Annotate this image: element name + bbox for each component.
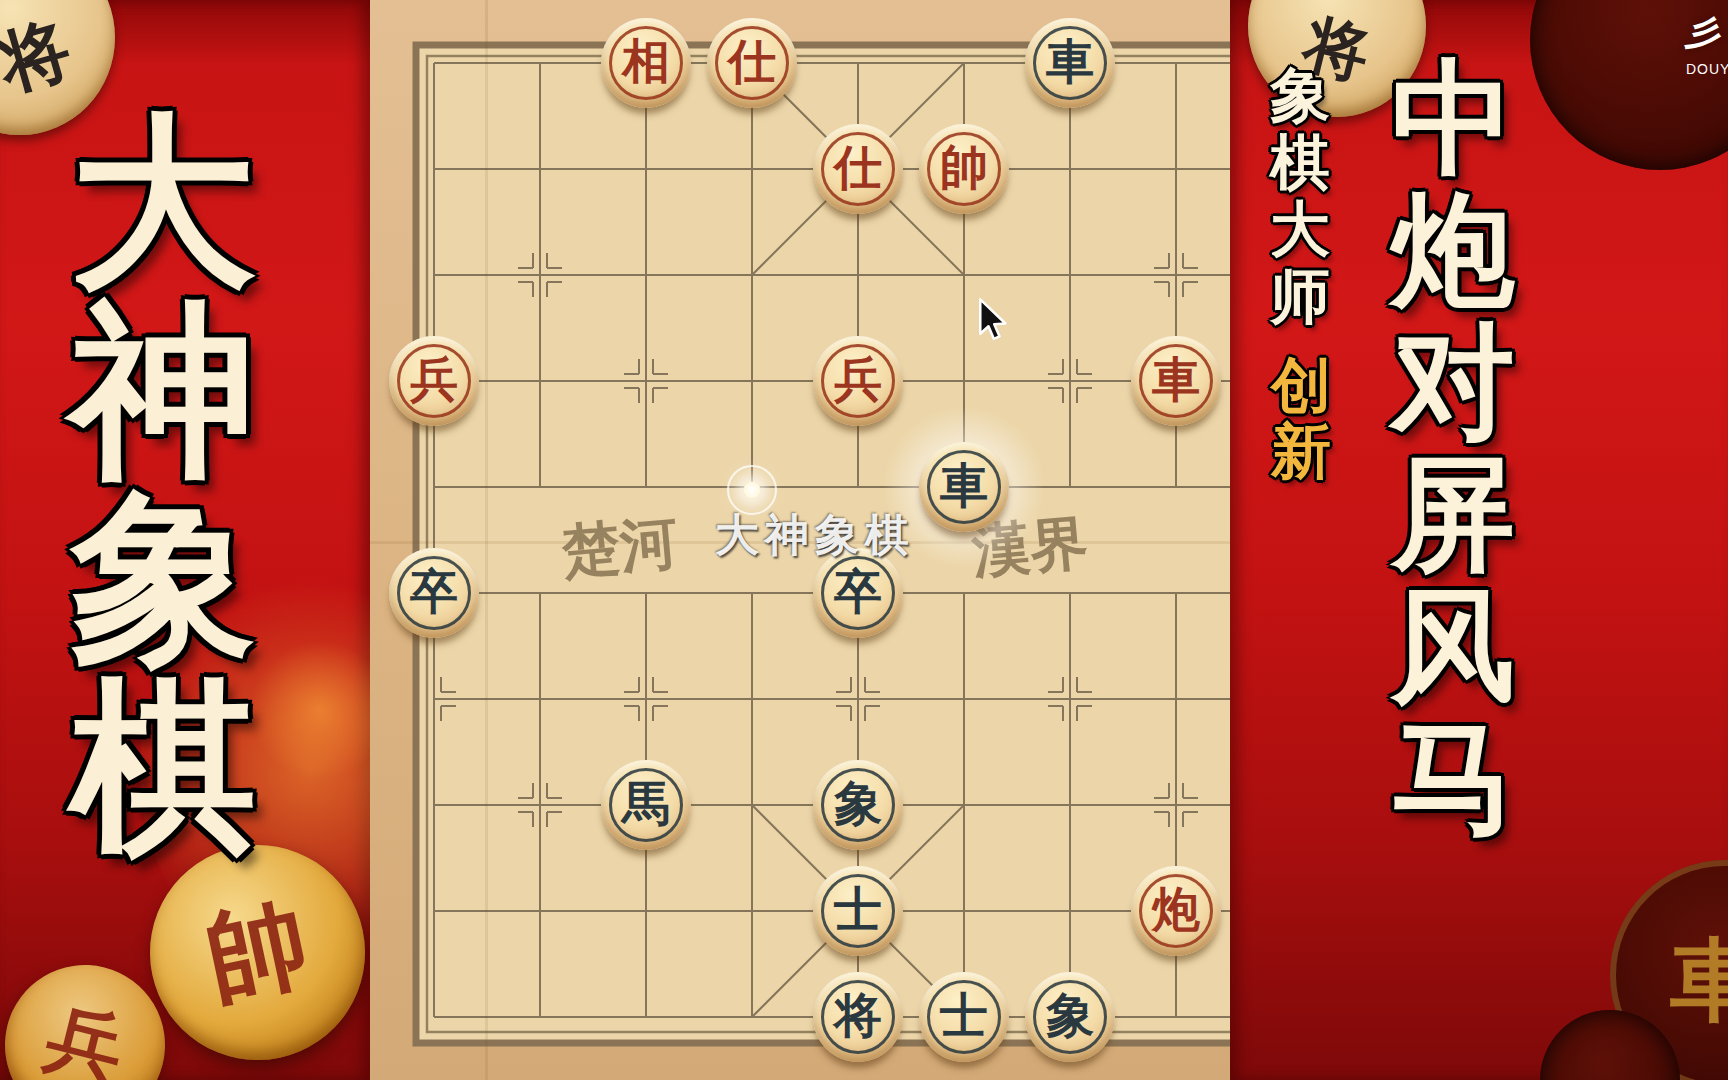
left-title-char: 棋	[70, 672, 256, 860]
piece-char: 将	[834, 991, 882, 1039]
left-title-char: 神	[70, 296, 256, 484]
stream-logo: 彡 DOUY	[1686, 10, 1728, 78]
piece-char: 士	[834, 885, 882, 933]
main-title-char: 对	[1391, 316, 1515, 448]
piece-char: 車	[1046, 37, 1094, 85]
main-title-char: 马	[1391, 712, 1515, 844]
left-title-char: 象	[70, 484, 256, 672]
piece-char: 兵	[410, 355, 458, 403]
piece-char: 兵	[834, 355, 882, 403]
stream-logo-text: DOUY	[1686, 61, 1728, 77]
piece-char: 車	[940, 461, 988, 509]
mouse-cursor-icon	[978, 298, 1010, 344]
piece-red-f4r1[interactable]: 仕	[813, 124, 903, 214]
main-title-char: 炮	[1391, 184, 1515, 316]
piece-red-f5r1[interactable]: 帥	[919, 124, 1009, 214]
piece-black-f0r5[interactable]: 卒	[389, 548, 479, 638]
subtitle-char: 师	[1270, 263, 1330, 330]
piece-char: 炮	[1152, 885, 1200, 933]
piece-char: 卒	[410, 567, 458, 615]
piece-black-f2r7[interactable]: 馬	[601, 760, 691, 850]
piece-char: 馬	[622, 779, 670, 827]
dark-coin-char: 車	[1670, 920, 1728, 1042]
piece-red-f7r8[interactable]: 炮	[1131, 866, 1221, 956]
piece-black-f4r9[interactable]: 将	[813, 972, 903, 1062]
stream-logo-icon: 彡	[1683, 7, 1728, 62]
piece-red-f3r0[interactable]: 仕	[707, 18, 797, 108]
watermark-text: 大神象棋	[690, 506, 940, 565]
left-banner-panel: 帥 兵 将 大神象棋	[0, 0, 370, 1080]
river-left-text: 楚河	[559, 504, 681, 592]
xiangqi-stream-screen: 帥 兵 将 大神象棋 楚河 漢界 相仕車仕帥兵兵車車卒卒馬象士炮将士象 大神象棋…	[0, 0, 1728, 1080]
accent-char: 新	[1271, 418, 1331, 484]
right-subtitle-column: 象棋大师	[1260, 62, 1340, 330]
gold-piece-char: 兵	[36, 986, 135, 1080]
right-banner-panel: 将 車 象棋大师 创新 中炮对屏风马	[1230, 0, 1728, 1080]
piece-black-f4r8[interactable]: 士	[813, 866, 903, 956]
move-origin-glow	[743, 481, 761, 499]
piece-red-f4r3[interactable]: 兵	[813, 336, 903, 426]
piece-char: 象	[1046, 991, 1094, 1039]
piece-char: 相	[622, 37, 670, 85]
piece-char: 帥	[940, 143, 988, 191]
piece-char: 士	[940, 991, 988, 1039]
left-title-char: 大	[70, 108, 256, 296]
gold-piece-char: 帥	[195, 876, 321, 1029]
subtitle-char: 棋	[1270, 129, 1330, 196]
piece-char: 卒	[834, 567, 882, 615]
piece-red-f0r3[interactable]: 兵	[389, 336, 479, 426]
piece-black-f5r9[interactable]: 士	[919, 972, 1009, 1062]
left-vertical-title: 大神象棋	[38, 108, 288, 860]
piece-char: 車	[1152, 355, 1200, 403]
wood-seam-vertical	[485, 0, 488, 1080]
accent-char: 创	[1271, 352, 1331, 418]
piece-char: 象	[834, 779, 882, 827]
piece-black-f6r0[interactable]: 車	[1025, 18, 1115, 108]
main-title-char: 中	[1391, 52, 1515, 184]
piece-char: 仕	[834, 143, 882, 191]
piece-red-f2r0[interactable]: 相	[601, 18, 691, 108]
main-title-char: 屏	[1391, 448, 1515, 580]
right-accent-column: 创新	[1262, 352, 1340, 484]
piece-red-f7r3[interactable]: 車	[1131, 336, 1221, 426]
main-title-char: 风	[1391, 580, 1515, 712]
piece-black-f6r9[interactable]: 象	[1025, 972, 1115, 1062]
subtitle-char: 象	[1270, 62, 1330, 129]
piece-black-f4r7[interactable]: 象	[813, 760, 903, 850]
subtitle-char: 大	[1270, 196, 1330, 263]
right-main-title-column: 中炮对屏风马	[1378, 52, 1528, 844]
piece-char: 仕	[728, 37, 776, 85]
